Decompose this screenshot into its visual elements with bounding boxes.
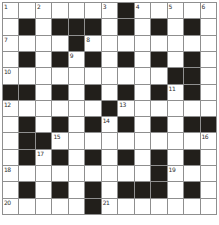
black-cell	[118, 117, 133, 132]
grid-cell[interactable]	[3, 52, 18, 67]
grid-cell[interactable]	[184, 166, 199, 181]
grid-cell[interactable]	[135, 36, 150, 51]
grid-cell[interactable]	[168, 36, 183, 51]
black-cell	[184, 52, 199, 67]
grid-cell[interactable]: 8	[85, 36, 100, 51]
grid-cell[interactable]	[184, 36, 199, 51]
grid-cell[interactable]	[135, 133, 150, 148]
grid-cell[interactable]	[69, 68, 84, 83]
black-cell	[184, 85, 199, 100]
clue-number: 20	[4, 199, 11, 206]
grid-cell[interactable]	[52, 166, 67, 181]
grid-cell[interactable]: 16	[201, 133, 216, 148]
clue-number: 11	[169, 85, 176, 92]
clue-number: 8	[86, 36, 89, 43]
grid-cell[interactable]	[135, 68, 150, 83]
grid-cell[interactable]	[85, 68, 100, 83]
black-cell	[184, 117, 199, 132]
grid-cell[interactable]	[36, 52, 51, 67]
grid-cell[interactable]	[36, 19, 51, 34]
grid-cell[interactable]	[102, 182, 117, 197]
grid-cell[interactable]	[69, 182, 84, 197]
black-cell	[52, 182, 67, 197]
grid-cell[interactable]	[36, 85, 51, 100]
grid-cell[interactable]: 2	[36, 3, 51, 18]
crossword-grid: 123456789101112131415161718192021	[2, 2, 217, 215]
grid-cell[interactable]	[102, 85, 117, 100]
grid-cell[interactable]: 18	[3, 166, 18, 181]
black-cell	[151, 182, 166, 197]
grid-cell[interactable]	[19, 36, 34, 51]
grid-cell[interactable]	[135, 117, 150, 132]
black-cell	[69, 19, 84, 34]
grid-cell[interactable]	[52, 199, 67, 214]
black-cell	[85, 19, 100, 34]
black-cell	[52, 19, 67, 34]
clue-number: 19	[169, 166, 176, 173]
black-cell	[19, 150, 34, 165]
black-cell	[118, 19, 133, 34]
grid-cell[interactable]	[135, 150, 150, 165]
clue-number: 5	[169, 3, 172, 10]
black-cell	[151, 150, 166, 165]
grid-cell[interactable]	[36, 166, 51, 181]
grid-cell[interactable]	[102, 166, 117, 181]
black-cell	[184, 150, 199, 165]
grid-cell[interactable]	[201, 85, 216, 100]
black-cell	[118, 182, 133, 197]
grid-cell[interactable]	[201, 182, 216, 197]
grid-cell[interactable]	[102, 133, 117, 148]
black-cell	[118, 3, 133, 18]
grid-cell[interactable]	[19, 68, 34, 83]
grid-cell[interactable]	[201, 52, 216, 67]
black-cell	[19, 133, 34, 148]
clue-number: 16	[202, 133, 209, 140]
grid-cell[interactable]: 12	[3, 101, 18, 116]
grid-cell[interactable]	[151, 199, 166, 214]
grid-cell[interactable]	[3, 19, 18, 34]
grid-cell[interactable]	[36, 182, 51, 197]
grid-cell[interactable]: 10	[3, 68, 18, 83]
black-cell	[85, 150, 100, 165]
grid-cell[interactable]	[102, 36, 117, 51]
grid-cell[interactable]	[201, 19, 216, 34]
black-cell	[85, 199, 100, 214]
black-cell	[201, 117, 216, 132]
grid-cell[interactable]	[118, 199, 133, 214]
grid-cell[interactable]	[36, 68, 51, 83]
clue-number: 15	[53, 133, 60, 140]
grid-cell[interactable]	[102, 19, 117, 34]
black-cell	[151, 52, 166, 67]
grid-cell[interactable]	[85, 133, 100, 148]
grid-cell[interactable]	[184, 3, 199, 18]
grid-cell[interactable]	[36, 36, 51, 51]
clue-number: 2	[37, 3, 40, 10]
grid-cell[interactable]	[102, 68, 117, 83]
clue-number: 13	[119, 101, 126, 108]
grid-cell[interactable]	[52, 68, 67, 83]
grid-cell[interactable]: 14	[102, 117, 117, 132]
black-cell	[19, 19, 34, 34]
grid-cell[interactable]	[168, 133, 183, 148]
grid-cell[interactable]: 5	[168, 3, 183, 18]
grid-cell[interactable]	[69, 85, 84, 100]
clue-number: 17	[37, 150, 44, 157]
grid-cell[interactable]: 3	[102, 3, 117, 18]
black-cell	[19, 85, 34, 100]
grid-cell[interactable]: 17	[36, 150, 51, 165]
grid-cell[interactable]	[52, 36, 67, 51]
grid-cell[interactable]	[201, 199, 216, 214]
grid-cell[interactable]: 7	[3, 36, 18, 51]
grid-cell[interactable]	[3, 133, 18, 148]
grid-cell[interactable]	[135, 166, 150, 181]
clue-number: 12	[4, 101, 11, 108]
grid-cell[interactable]	[135, 85, 150, 100]
grid-cell[interactable]	[151, 133, 166, 148]
black-cell	[135, 182, 150, 197]
black-cell	[3, 85, 18, 100]
grid-cell[interactable]	[168, 150, 183, 165]
black-cell	[118, 150, 133, 165]
grid-cell[interactable]	[19, 199, 34, 214]
grid-cell[interactable]	[69, 166, 84, 181]
grid-cell[interactable]	[168, 101, 183, 116]
grid-cell[interactable]	[168, 117, 183, 132]
black-cell	[102, 101, 117, 116]
black-cell	[168, 68, 183, 83]
grid-cell[interactable]	[135, 52, 150, 67]
grid-cell[interactable]	[184, 133, 199, 148]
black-cell	[85, 117, 100, 132]
clue-number: 7	[4, 36, 7, 43]
grid-cell[interactable]	[85, 166, 100, 181]
grid-cell[interactable]	[102, 52, 117, 67]
black-cell	[151, 117, 166, 132]
grid-cell[interactable]	[151, 3, 166, 18]
black-cell	[19, 182, 34, 197]
grid-cell[interactable]	[118, 166, 133, 181]
grid-cell[interactable]	[36, 117, 51, 132]
grid-cell[interactable]	[69, 3, 84, 18]
grid-cell[interactable]	[69, 150, 84, 165]
grid-cell[interactable]	[118, 133, 133, 148]
grid-cell[interactable]: 9	[69, 52, 84, 67]
grid-cell[interactable]: 19	[168, 166, 183, 181]
clue-number: 21	[103, 199, 110, 206]
grid-cell[interactable]: 1	[3, 3, 18, 18]
clue-number: 9	[70, 52, 73, 59]
grid-cell[interactable]: 6	[201, 3, 216, 18]
grid-cell[interactable]	[118, 36, 133, 51]
clue-number: 3	[103, 3, 106, 10]
grid-cell[interactable]	[168, 182, 183, 197]
grid-cell[interactable]: 13	[118, 101, 133, 116]
grid-cell[interactable]	[19, 166, 34, 181]
black-cell	[52, 52, 67, 67]
clue-number: 10	[4, 68, 11, 75]
grid-cell[interactable]: 11	[168, 85, 183, 100]
grid-cell[interactable]	[118, 68, 133, 83]
grid-cell[interactable]	[19, 101, 34, 116]
clue-number: 6	[202, 3, 205, 10]
black-cell	[118, 52, 133, 67]
grid-cell[interactable]	[151, 36, 166, 51]
grid-cell[interactable]	[85, 3, 100, 18]
grid-cell[interactable]	[168, 52, 183, 67]
grid-cell[interactable]	[3, 182, 18, 197]
grid-cell[interactable]	[52, 101, 67, 116]
clue-number: 4	[136, 3, 139, 10]
black-cell	[151, 166, 166, 181]
grid-cell[interactable]	[168, 199, 183, 214]
black-cell	[85, 85, 100, 100]
black-cell	[52, 117, 67, 132]
grid-cell[interactable]	[201, 166, 216, 181]
grid-cell[interactable]	[36, 199, 51, 214]
grid-cell[interactable]	[201, 150, 216, 165]
black-cell	[19, 52, 34, 67]
grid-cell[interactable]: 20	[3, 199, 18, 214]
grid-cell[interactable]	[69, 133, 84, 148]
grid-cell[interactable]	[69, 199, 84, 214]
grid-cell[interactable]	[201, 36, 216, 51]
grid-cell[interactable]: 4	[135, 3, 150, 18]
grid-cell[interactable]	[184, 101, 199, 116]
grid-cell[interactable]	[19, 3, 34, 18]
clue-number: 1	[4, 3, 7, 10]
black-cell	[52, 85, 67, 100]
clue-number: 14	[103, 117, 110, 124]
grid-cell[interactable]	[3, 150, 18, 165]
grid-cell[interactable]	[69, 117, 84, 132]
black-cell	[85, 52, 100, 67]
grid-cell[interactable]	[135, 101, 150, 116]
black-cell	[118, 85, 133, 100]
black-cell	[151, 85, 166, 100]
grid-cell[interactable]: 15	[52, 133, 67, 148]
grid-cell[interactable]: 21	[102, 199, 117, 214]
grid-cell[interactable]	[184, 199, 199, 214]
grid-cell[interactable]	[102, 150, 117, 165]
grid-cell[interactable]	[85, 101, 100, 116]
black-cell	[85, 182, 100, 197]
black-cell	[184, 19, 199, 34]
black-cell	[69, 36, 84, 51]
grid-cell[interactable]	[3, 117, 18, 132]
grid-cell[interactable]	[69, 101, 84, 116]
black-cell	[184, 68, 199, 83]
grid-cell[interactable]	[201, 101, 216, 116]
grid-cell[interactable]	[135, 199, 150, 214]
black-cell	[184, 182, 199, 197]
grid-cell[interactable]	[151, 68, 166, 83]
grid-cell[interactable]	[135, 19, 150, 34]
grid-cell[interactable]	[36, 101, 51, 116]
grid-cell[interactable]	[201, 68, 216, 83]
black-cell	[19, 117, 34, 132]
black-cell	[36, 133, 51, 148]
grid-cell[interactable]	[52, 3, 67, 18]
black-cell	[151, 19, 166, 34]
grid-cell[interactable]	[151, 101, 166, 116]
grid-cell[interactable]	[168, 19, 183, 34]
clue-number: 18	[4, 166, 11, 173]
black-cell	[52, 150, 67, 165]
